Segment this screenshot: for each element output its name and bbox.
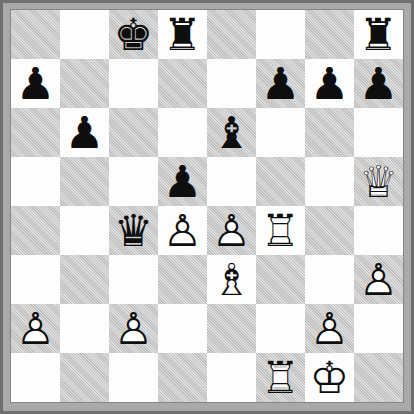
piece-white-pawn[interactable]: ♟♙ xyxy=(16,304,55,353)
square-h5[interactable]: ♛♕ xyxy=(354,157,403,206)
piece-white-pawn[interactable]: ♟♙ xyxy=(114,304,153,353)
piece-outline-layer: ♙ xyxy=(16,304,55,353)
square-a1[interactable] xyxy=(11,353,60,402)
square-b3[interactable] xyxy=(60,255,109,304)
piece-outline-layer: ♙ xyxy=(212,206,251,255)
square-c5[interactable] xyxy=(109,157,158,206)
piece-outline-layer: ♖ xyxy=(261,353,300,402)
square-e7[interactable] xyxy=(207,59,256,108)
square-c7[interactable] xyxy=(109,59,158,108)
square-b7[interactable] xyxy=(60,59,109,108)
square-h1[interactable] xyxy=(354,353,403,402)
square-e8[interactable] xyxy=(207,10,256,59)
square-g8[interactable] xyxy=(305,10,354,59)
piece-white-rook[interactable]: ♜♖ xyxy=(261,353,300,402)
square-h8[interactable]: ♜ xyxy=(354,10,403,59)
piece-white-bishop[interactable]: ♝♗ xyxy=(212,255,251,304)
square-b5[interactable] xyxy=(60,157,109,206)
piece-black-pawn[interactable]: ♟ xyxy=(65,108,104,157)
square-a3[interactable] xyxy=(11,255,60,304)
piece-outline-layer: ♙ xyxy=(310,304,349,353)
square-f7[interactable]: ♟ xyxy=(256,59,305,108)
piece-outline-layer: ♙ xyxy=(114,304,153,353)
square-h6[interactable] xyxy=(354,108,403,157)
square-f4[interactable]: ♜♖ xyxy=(256,206,305,255)
square-h3[interactable]: ♟♙ xyxy=(354,255,403,304)
square-a5[interactable] xyxy=(11,157,60,206)
square-d7[interactable] xyxy=(158,59,207,108)
square-d1[interactable] xyxy=(158,353,207,402)
square-b2[interactable] xyxy=(60,304,109,353)
square-c1[interactable] xyxy=(109,353,158,402)
square-c3[interactable] xyxy=(109,255,158,304)
piece-black-rook[interactable]: ♜ xyxy=(359,10,398,59)
square-e3[interactable]: ♝♗ xyxy=(207,255,256,304)
square-h7[interactable]: ♟ xyxy=(354,59,403,108)
piece-outline-layer: ♔ xyxy=(310,353,349,402)
square-f1[interactable]: ♜♖ xyxy=(256,353,305,402)
piece-black-pawn[interactable]: ♟ xyxy=(359,59,398,108)
piece-outline-layer: ♗ xyxy=(212,255,251,304)
square-d6[interactable] xyxy=(158,108,207,157)
square-b8[interactable] xyxy=(60,10,109,59)
square-e4[interactable]: ♟♙ xyxy=(207,206,256,255)
square-a6[interactable] xyxy=(11,108,60,157)
square-d5[interactable]: ♟ xyxy=(158,157,207,206)
square-f2[interactable] xyxy=(256,304,305,353)
piece-black-bishop[interactable]: ♝ xyxy=(212,108,251,157)
piece-black-rook[interactable]: ♜ xyxy=(163,10,202,59)
square-f8[interactable] xyxy=(256,10,305,59)
square-g6[interactable] xyxy=(305,108,354,157)
square-f3[interactable] xyxy=(256,255,305,304)
square-g7[interactable]: ♟ xyxy=(305,59,354,108)
square-d4[interactable]: ♟♙ xyxy=(158,206,207,255)
piece-white-pawn[interactable]: ♟♙ xyxy=(163,206,202,255)
square-f6[interactable] xyxy=(256,108,305,157)
square-a4[interactable] xyxy=(11,206,60,255)
piece-black-pawn[interactable]: ♟ xyxy=(163,157,202,206)
piece-white-king[interactable]: ♚♔ xyxy=(310,353,349,402)
piece-white-pawn[interactable]: ♟♙ xyxy=(212,206,251,255)
square-b6[interactable]: ♟ xyxy=(60,108,109,157)
square-c2[interactable]: ♟♙ xyxy=(109,304,158,353)
piece-white-rook[interactable]: ♜♖ xyxy=(261,206,300,255)
chess-board: ♚♜♜♟♟♟♟♟♝♟♛♕♛♟♙♟♙♜♖♝♗♟♙♟♙♟♙♟♙♜♖♚♔ xyxy=(11,10,403,402)
piece-black-pawn[interactable]: ♟ xyxy=(261,59,300,108)
piece-white-pawn[interactable]: ♟♙ xyxy=(359,255,398,304)
piece-outline-layer: ♖ xyxy=(261,206,300,255)
square-f5[interactable] xyxy=(256,157,305,206)
piece-outline-layer: ♙ xyxy=(359,255,398,304)
square-e6[interactable]: ♝ xyxy=(207,108,256,157)
piece-outline-layer: ♙ xyxy=(163,206,202,255)
piece-white-queen[interactable]: ♛♕ xyxy=(359,157,398,206)
square-b1[interactable] xyxy=(60,353,109,402)
square-e1[interactable] xyxy=(207,353,256,402)
square-e2[interactable] xyxy=(207,304,256,353)
piece-outline-layer: ♕ xyxy=(359,157,398,206)
square-d3[interactable] xyxy=(158,255,207,304)
square-e5[interactable] xyxy=(207,157,256,206)
square-a7[interactable]: ♟ xyxy=(11,59,60,108)
square-c4[interactable]: ♛ xyxy=(109,206,158,255)
piece-white-pawn[interactable]: ♟♙ xyxy=(310,304,349,353)
square-d2[interactable] xyxy=(158,304,207,353)
piece-black-pawn[interactable]: ♟ xyxy=(310,59,349,108)
square-c6[interactable] xyxy=(109,108,158,157)
square-d8[interactable]: ♜ xyxy=(158,10,207,59)
square-a2[interactable]: ♟♙ xyxy=(11,304,60,353)
piece-black-queen[interactable]: ♛ xyxy=(114,206,153,255)
square-h2[interactable] xyxy=(354,304,403,353)
piece-black-king[interactable]: ♚ xyxy=(114,10,153,59)
square-g3[interactable] xyxy=(305,255,354,304)
piece-black-pawn[interactable]: ♟ xyxy=(16,59,55,108)
square-g2[interactable]: ♟♙ xyxy=(305,304,354,353)
square-g4[interactable] xyxy=(305,206,354,255)
square-a8[interactable] xyxy=(11,10,60,59)
board-frame: ♚♜♜♟♟♟♟♟♝♟♛♕♛♟♙♟♙♜♖♝♗♟♙♟♙♟♙♟♙♜♖♚♔ xyxy=(0,0,414,414)
square-g5[interactable] xyxy=(305,157,354,206)
square-g1[interactable]: ♚♔ xyxy=(305,353,354,402)
square-b4[interactable] xyxy=(60,206,109,255)
square-c8[interactable]: ♚ xyxy=(109,10,158,59)
square-h4[interactable] xyxy=(354,206,403,255)
